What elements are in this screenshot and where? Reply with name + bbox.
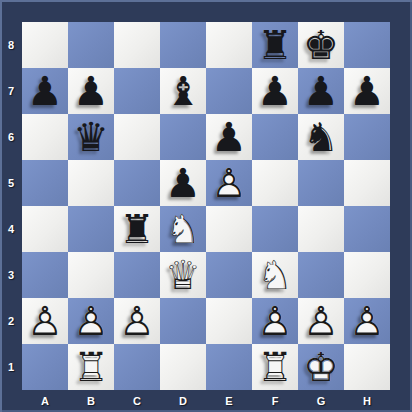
square-e1[interactable]: [206, 344, 252, 390]
piece-black-pawn[interactable]: ♟: [344, 68, 390, 114]
square-b1[interactable]: ♜♖: [68, 344, 114, 390]
piece-glyph: ♝: [160, 68, 206, 114]
piece-outline-glyph: ♙: [206, 160, 252, 206]
piece-outline-glyph: ♘: [160, 206, 206, 252]
piece-black-bishop[interactable]: ♝: [160, 68, 206, 114]
piece-black-pawn[interactable]: ♟: [206, 114, 252, 160]
piece-white-knight[interactable]: ♞♘: [160, 206, 206, 252]
piece-outline-glyph: ♖: [252, 344, 298, 390]
square-f6[interactable]: [252, 114, 298, 160]
piece-white-pawn[interactable]: ♟♙: [206, 160, 252, 206]
piece-glyph: ♟: [344, 68, 390, 114]
square-h2[interactable]: ♟♙: [344, 298, 390, 344]
piece-outline-glyph: ♙: [22, 298, 68, 344]
piece-black-pawn[interactable]: ♟: [252, 68, 298, 114]
square-f7[interactable]: ♟: [252, 68, 298, 114]
square-b3[interactable]: [68, 252, 114, 298]
piece-outline-glyph: ♔: [298, 344, 344, 390]
rank-label-2: 2: [0, 298, 22, 344]
square-d6[interactable]: [160, 114, 206, 160]
piece-white-pawn[interactable]: ♟♙: [68, 298, 114, 344]
square-b8[interactable]: [68, 22, 114, 68]
square-e8[interactable]: [206, 22, 252, 68]
square-f5[interactable]: [252, 160, 298, 206]
rank-label-8: 8: [0, 22, 22, 68]
file-label-c: C: [114, 390, 160, 412]
piece-black-rook[interactable]: ♜: [252, 22, 298, 68]
square-e5[interactable]: ♟♙: [206, 160, 252, 206]
piece-glyph: ♟: [298, 68, 344, 114]
square-a5[interactable]: [22, 160, 68, 206]
square-g8[interactable]: ♚: [298, 22, 344, 68]
file-label-d: D: [160, 390, 206, 412]
square-h5[interactable]: [344, 160, 390, 206]
square-d8[interactable]: [160, 22, 206, 68]
piece-glyph: ♛: [68, 114, 114, 160]
piece-white-rook[interactable]: ♜♖: [68, 344, 114, 390]
square-e7[interactable]: [206, 68, 252, 114]
piece-white-knight[interactable]: ♞♘: [252, 252, 298, 298]
piece-white-pawn[interactable]: ♟♙: [298, 298, 344, 344]
piece-black-queen[interactable]: ♛: [68, 114, 114, 160]
piece-glyph: ♟: [22, 68, 68, 114]
rank-label-1: 1: [0, 344, 22, 390]
file-label-b: B: [68, 390, 114, 412]
piece-white-pawn[interactable]: ♟♙: [252, 298, 298, 344]
square-c4[interactable]: ♜: [114, 206, 160, 252]
piece-outline-glyph: ♕: [160, 252, 206, 298]
square-f1[interactable]: ♜♖: [252, 344, 298, 390]
piece-outline-glyph: ♙: [114, 298, 160, 344]
square-c6[interactable]: [114, 114, 160, 160]
piece-glyph: ♟: [206, 114, 252, 160]
square-e6[interactable]: ♟: [206, 114, 252, 160]
square-h1[interactable]: [344, 344, 390, 390]
square-f2[interactable]: ♟♙: [252, 298, 298, 344]
file-label-g: G: [298, 390, 344, 412]
piece-glyph: ♜: [114, 206, 160, 252]
piece-white-pawn[interactable]: ♟♙: [344, 298, 390, 344]
piece-black-pawn[interactable]: ♟: [298, 68, 344, 114]
square-a7[interactable]: ♟: [22, 68, 68, 114]
rank-label-5: 5: [0, 160, 22, 206]
square-a4[interactable]: [22, 206, 68, 252]
file-labels: ABCDEFGH: [22, 390, 390, 412]
piece-glyph: ♟: [160, 160, 206, 206]
square-b2[interactable]: ♟♙: [68, 298, 114, 344]
square-d5[interactable]: ♟: [160, 160, 206, 206]
file-label-h: H: [344, 390, 390, 412]
square-f4[interactable]: [252, 206, 298, 252]
square-b7[interactable]: ♟: [68, 68, 114, 114]
square-c2[interactable]: ♟♙: [114, 298, 160, 344]
rank-label-6: 6: [0, 114, 22, 160]
square-g5[interactable]: [298, 160, 344, 206]
square-h8[interactable]: [344, 22, 390, 68]
piece-outline-glyph: ♙: [252, 298, 298, 344]
file-label-f: F: [252, 390, 298, 412]
square-e3[interactable]: [206, 252, 252, 298]
piece-white-queen[interactable]: ♛♕: [160, 252, 206, 298]
rank-label-7: 7: [0, 68, 22, 114]
piece-outline-glyph: ♘: [252, 252, 298, 298]
square-g6[interactable]: ♞: [298, 114, 344, 160]
piece-outline-glyph: ♙: [344, 298, 390, 344]
square-d4[interactable]: ♞♘: [160, 206, 206, 252]
square-a3[interactable]: [22, 252, 68, 298]
square-h7[interactable]: ♟: [344, 68, 390, 114]
piece-white-pawn[interactable]: ♟♙: [22, 298, 68, 344]
piece-outline-glyph: ♙: [68, 298, 114, 344]
square-c8[interactable]: [114, 22, 160, 68]
square-h6[interactable]: [344, 114, 390, 160]
piece-glyph: ♟: [68, 68, 114, 114]
piece-black-rook[interactable]: ♜: [114, 206, 160, 252]
piece-glyph: ♚: [298, 22, 344, 68]
square-b4[interactable]: [68, 206, 114, 252]
piece-black-knight[interactable]: ♞: [298, 114, 344, 160]
rank-labels: 87654321: [0, 22, 22, 390]
square-d3[interactable]: ♛♕: [160, 252, 206, 298]
square-g1[interactable]: ♚♔: [298, 344, 344, 390]
square-g7[interactable]: ♟: [298, 68, 344, 114]
chess-board-frame: 87654321 ♜♚♟♟♝♟♟♟♛♟♞♟♟♙♜♞♘♛♕♞♘♟♙♟♙♟♙♟♙♟♙…: [0, 0, 412, 412]
square-e2[interactable]: [206, 298, 252, 344]
piece-outline-glyph: ♙: [298, 298, 344, 344]
square-d2[interactable]: [160, 298, 206, 344]
square-c7[interactable]: [114, 68, 160, 114]
piece-black-pawn[interactable]: ♟: [160, 160, 206, 206]
piece-white-king[interactable]: ♚♔: [298, 344, 344, 390]
piece-white-pawn[interactable]: ♟♙: [114, 298, 160, 344]
square-a8[interactable]: [22, 22, 68, 68]
piece-white-rook[interactable]: ♜♖: [252, 344, 298, 390]
square-g4[interactable]: [298, 206, 344, 252]
board: ♜♚♟♟♝♟♟♟♛♟♞♟♟♙♜♞♘♛♕♞♘♟♙♟♙♟♙♟♙♟♙♟♙♜♖♜♖♚♔: [22, 22, 390, 390]
square-d1[interactable]: [160, 344, 206, 390]
square-b5[interactable]: [68, 160, 114, 206]
square-b6[interactable]: ♛: [68, 114, 114, 160]
square-a6[interactable]: [22, 114, 68, 160]
piece-glyph: ♜: [252, 22, 298, 68]
file-label-a: A: [22, 390, 68, 412]
piece-black-pawn[interactable]: ♟: [68, 68, 114, 114]
square-g2[interactable]: ♟♙: [298, 298, 344, 344]
file-label-e: E: [206, 390, 252, 412]
rank-label-3: 3: [0, 252, 22, 298]
piece-glyph: ♟: [252, 68, 298, 114]
piece-glyph: ♞: [298, 114, 344, 160]
square-f8[interactable]: ♜: [252, 22, 298, 68]
square-c1[interactable]: [114, 344, 160, 390]
piece-black-king[interactable]: ♚: [298, 22, 344, 68]
square-d7[interactable]: ♝: [160, 68, 206, 114]
square-c3[interactable]: [114, 252, 160, 298]
square-e4[interactable]: [206, 206, 252, 252]
square-a1[interactable]: [22, 344, 68, 390]
square-f3[interactable]: ♞♘: [252, 252, 298, 298]
square-c5[interactable]: [114, 160, 160, 206]
square-a2[interactable]: ♟♙: [22, 298, 68, 344]
piece-outline-glyph: ♖: [68, 344, 114, 390]
square-h3[interactable]: [344, 252, 390, 298]
piece-black-pawn[interactable]: ♟: [22, 68, 68, 114]
square-g3[interactable]: [298, 252, 344, 298]
rank-label-4: 4: [0, 206, 22, 252]
square-h4[interactable]: [344, 206, 390, 252]
